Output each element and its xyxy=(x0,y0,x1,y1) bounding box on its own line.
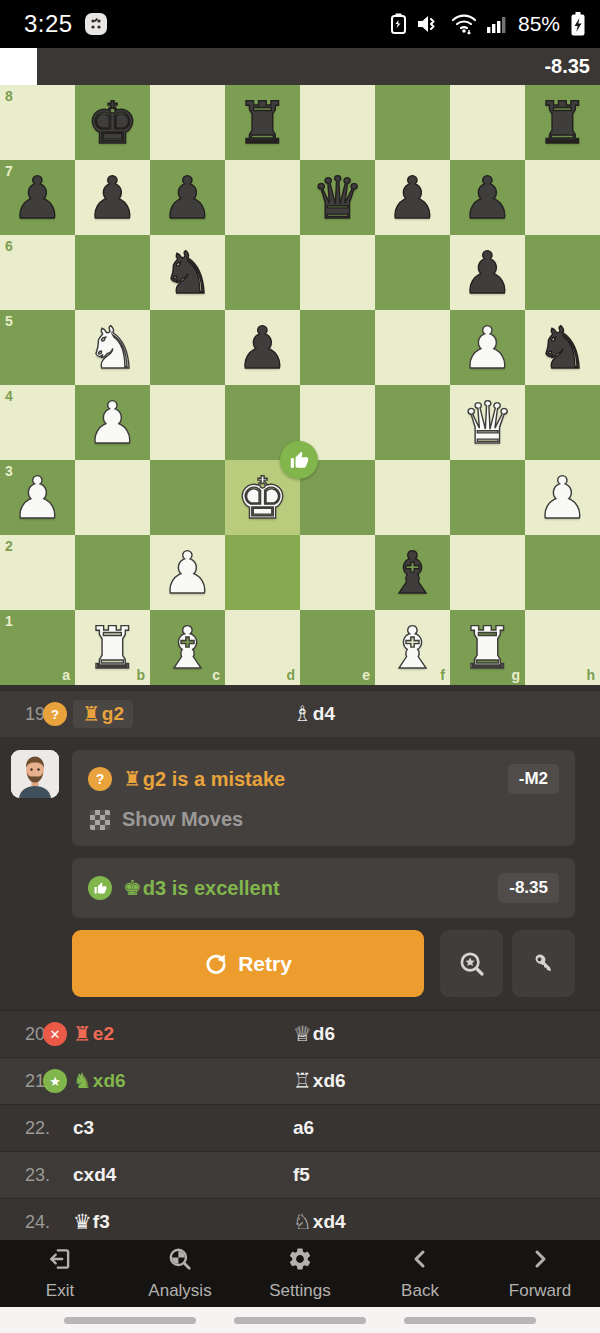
back-icon xyxy=(408,1246,432,1276)
square-e2[interactable] xyxy=(300,535,375,610)
figurine-icon: ♛ xyxy=(73,1212,92,1233)
eval-white-portion xyxy=(0,48,37,85)
square-c8[interactable] xyxy=(150,85,225,160)
white-pawn: ♟ xyxy=(537,469,589,527)
move-text: d6 xyxy=(313,1023,335,1045)
eval-score: -8.35 xyxy=(544,48,590,85)
white-pawn: ♟ xyxy=(162,544,214,602)
gesture-pill[interactable] xyxy=(234,1317,366,1324)
black-move[interactable]: ♘xd4 xyxy=(293,1211,600,1233)
square-a5[interactable]: 5 xyxy=(0,310,75,385)
square-f7[interactable]: ♟ xyxy=(375,160,450,235)
chess-analysis-screen: 3:25 85% -8.35 8♚♜♜♟7♟♟♛♟♟6♞♟5♞♟♟♞4♟♛♟3♚… xyxy=(0,0,600,1333)
square-d5[interactable]: ♟ xyxy=(225,310,300,385)
gesture-pill[interactable] xyxy=(64,1317,196,1324)
move-number: 22. xyxy=(0,1118,43,1139)
square-g3[interactable] xyxy=(450,460,525,535)
square-f8[interactable] xyxy=(375,85,450,160)
key-icon xyxy=(530,950,558,978)
white-move[interactable]: ♛f3 xyxy=(73,1211,293,1233)
move-list-panel: ? ♜g2 is a mistake -M2 Show Moves ♚d3 is… xyxy=(0,685,600,1240)
file-label: a xyxy=(62,667,70,683)
black-knight: ♞ xyxy=(537,319,589,377)
white-pawn: ♟ xyxy=(12,469,64,527)
square-f2[interactable]: ♝ xyxy=(375,535,450,610)
square-a2[interactable]: 2 xyxy=(0,535,75,610)
android-gesture-bar xyxy=(0,1307,600,1333)
cross-icon: ✕ xyxy=(43,1022,67,1046)
square-a4[interactable]: 4 xyxy=(0,385,75,460)
chess-board[interactable]: 8♚♜♜♟7♟♟♛♟♟6♞♟5♞♟♟♞4♟♛♟3♚♟2♟♝1a♜b♝cde♝f♜… xyxy=(0,85,600,685)
bottom-navigation: ExitAnalysisSettingsBackForward xyxy=(0,1240,600,1307)
square-d7[interactable] xyxy=(225,160,300,235)
figurine-icon: ♘ xyxy=(293,1212,312,1233)
refresh-icon xyxy=(204,952,228,976)
board-checker-icon xyxy=(90,810,110,830)
square-h5[interactable]: ♞ xyxy=(525,310,600,385)
move-number: 19. xyxy=(0,704,43,725)
square-d1[interactable]: d xyxy=(225,610,300,685)
square-b8[interactable]: ♚ xyxy=(75,85,150,160)
thumbs-up-icon xyxy=(280,441,318,479)
white-bishop: ♝ xyxy=(387,619,439,677)
best-move-card[interactable]: ♚d3 is excellent -8.35 xyxy=(72,858,575,918)
mistake-card[interactable]: ? ♜g2 is a mistake -M2 Show Moves xyxy=(72,750,575,846)
white-move[interactable]: ♜g2 xyxy=(73,700,293,728)
white-move[interactable]: ♞xd6 xyxy=(73,1070,293,1092)
move-text: cxd4 xyxy=(73,1164,116,1186)
square-b4[interactable]: ♟ xyxy=(75,385,150,460)
square-h2[interactable] xyxy=(525,535,600,610)
white-move[interactable]: ♜e2 xyxy=(73,1023,293,1045)
white-queen: ♛ xyxy=(462,394,514,452)
black-pawn: ♟ xyxy=(462,169,514,227)
wifi-icon xyxy=(450,12,478,36)
rank-label: 5 xyxy=(5,313,13,329)
best-eval-badge: -8.35 xyxy=(498,873,559,903)
retry-button[interactable]: Retry xyxy=(72,930,424,997)
clock-time: 3:25 xyxy=(24,10,73,38)
figurine-icon: ♞ xyxy=(73,1071,92,1092)
nav-settings-button[interactable]: Settings xyxy=(240,1240,360,1307)
move-text: xd6 xyxy=(93,1070,126,1092)
status-bar: 3:25 85% xyxy=(0,0,600,48)
square-c2[interactable]: ♟ xyxy=(150,535,225,610)
black-pawn: ♟ xyxy=(387,169,439,227)
nav-forward-button[interactable]: Forward xyxy=(480,1240,600,1307)
black-pawn: ♟ xyxy=(87,169,139,227)
black-king: ♚ xyxy=(87,94,139,152)
square-d2[interactable] xyxy=(225,535,300,610)
excellent-text: ♚d3 is excellent xyxy=(123,877,280,900)
black-knight: ♞ xyxy=(162,244,214,302)
white-move[interactable]: cxd4 xyxy=(73,1164,293,1186)
white-bishop: ♝ xyxy=(162,619,214,677)
square-a7[interactable]: ♟7 xyxy=(0,160,75,235)
file-label: g xyxy=(511,667,520,683)
move-row-23[interactable]: 23.cxd4f5 xyxy=(0,1151,600,1198)
forward-icon xyxy=(528,1246,552,1276)
nav-exit-button[interactable]: Exit xyxy=(0,1240,120,1307)
figurine-icon: ♜ xyxy=(73,1024,92,1045)
black-move[interactable]: f5 xyxy=(293,1164,600,1186)
figurine-icon: ♜ xyxy=(82,704,101,725)
square-f4[interactable] xyxy=(375,385,450,460)
square-a6[interactable]: 6 xyxy=(0,235,75,310)
square-g8[interactable] xyxy=(450,85,525,160)
current-move-highlight: ♜g2 xyxy=(73,700,133,728)
square-d6[interactable] xyxy=(225,235,300,310)
square-c3[interactable] xyxy=(150,460,225,535)
black-pawn: ♟ xyxy=(462,244,514,302)
white-rook: ♜ xyxy=(87,619,139,677)
exit-icon xyxy=(46,1246,74,1276)
square-f6[interactable] xyxy=(375,235,450,310)
magnifier-star-icon xyxy=(457,949,487,979)
question-icon: ? xyxy=(43,702,67,726)
move-text: e2 xyxy=(93,1023,114,1045)
mistake-eval-badge: -M2 xyxy=(508,764,559,794)
square-c5[interactable] xyxy=(150,310,225,385)
square-e5[interactable] xyxy=(300,310,375,385)
square-h6[interactable] xyxy=(525,235,600,310)
black-rook: ♜ xyxy=(537,94,589,152)
signal-icon xyxy=(486,12,508,36)
square-g6[interactable]: ♟ xyxy=(450,235,525,310)
move-number: 23. xyxy=(0,1165,43,1186)
square-h3[interactable]: ♟ xyxy=(525,460,600,535)
move-text: a6 xyxy=(293,1117,314,1139)
app-badge-icon xyxy=(85,13,107,35)
rank-label: 4 xyxy=(5,388,13,404)
square-f5[interactable] xyxy=(375,310,450,385)
evaluation-bar: -8.35 xyxy=(0,48,600,85)
key-moment-button[interactable] xyxy=(512,930,575,997)
square-e8[interactable] xyxy=(300,85,375,160)
star-icon: ★ xyxy=(43,1069,67,1093)
black-pawn: ♟ xyxy=(237,319,289,377)
move-number: 24. xyxy=(0,1212,43,1233)
square-h4[interactable] xyxy=(525,385,600,460)
analysis-icon xyxy=(166,1246,194,1276)
rank-label: 2 xyxy=(5,538,13,554)
file-label: c xyxy=(212,667,220,683)
square-e6[interactable] xyxy=(300,235,375,310)
square-g5[interactable]: ♟ xyxy=(450,310,525,385)
show-moves-button[interactable]: Show Moves xyxy=(90,808,559,831)
power-save-icon xyxy=(389,12,408,36)
rank-label: 8 xyxy=(5,88,13,104)
black-bishop: ♝ xyxy=(387,544,439,602)
settings-icon xyxy=(287,1246,313,1276)
black-move[interactable]: ♖xd6 xyxy=(293,1070,600,1092)
white-move[interactable]: c3 xyxy=(73,1117,293,1139)
square-b2[interactable] xyxy=(75,535,150,610)
figurine-icon: ♗ xyxy=(293,704,312,725)
square-b6[interactable] xyxy=(75,235,150,310)
square-c4[interactable] xyxy=(150,385,225,460)
move-row-21[interactable]: 21.★♞xd6♖xd6 xyxy=(0,1057,600,1104)
black-move[interactable]: a6 xyxy=(293,1117,600,1139)
square-e7[interactable]: ♛ xyxy=(300,160,375,235)
rank-label: 1 xyxy=(5,613,13,629)
player-avatar[interactable] xyxy=(11,750,59,798)
square-c1[interactable]: ♝c xyxy=(150,610,225,685)
move-text: xd4 xyxy=(313,1211,346,1233)
file-label: e xyxy=(362,667,370,683)
move-row-19[interactable]: 19.?♜g2♗d4 xyxy=(0,690,600,737)
file-label: d xyxy=(286,667,295,683)
nav-label: Analysis xyxy=(148,1281,211,1301)
move-text: f5 xyxy=(293,1164,310,1186)
move-text: xd6 xyxy=(313,1070,346,1092)
move-number: 20. xyxy=(0,1024,43,1045)
white-rook: ♜ xyxy=(462,619,514,677)
square-h7[interactable] xyxy=(525,160,600,235)
figurine-icon: ♖ xyxy=(293,1071,312,1092)
nav-label: Forward xyxy=(509,1281,571,1301)
square-g4[interactable]: ♛ xyxy=(450,385,525,460)
nav-label: Settings xyxy=(269,1281,330,1301)
mistake-text: ♜g2 is a mistake xyxy=(123,768,285,791)
rank-label: 7 xyxy=(5,163,13,179)
square-f1[interactable]: ♝f xyxy=(375,610,450,685)
move-row-24[interactable]: 24.♛f3♘xd4 xyxy=(0,1198,600,1240)
square-h1[interactable]: h xyxy=(525,610,600,685)
move-text: d4 xyxy=(313,703,335,725)
square-e1[interactable]: e xyxy=(300,610,375,685)
move-row-20[interactable]: 20.✕♜e2♕d6 xyxy=(0,1010,600,1057)
black-move[interactable]: ♗d4 xyxy=(293,703,600,725)
rank-label: 6 xyxy=(5,238,13,254)
file-label: b xyxy=(136,667,145,683)
white-knight: ♞ xyxy=(87,319,139,377)
square-c7[interactable]: ♟ xyxy=(150,160,225,235)
black-pawn: ♟ xyxy=(162,169,214,227)
battery-percent: 85% xyxy=(518,12,560,36)
question-icon: ? xyxy=(88,767,112,791)
move-number: 21. xyxy=(0,1071,43,1092)
black-queen: ♛ xyxy=(312,169,364,227)
file-label: h xyxy=(586,667,595,683)
white-pawn: ♟ xyxy=(462,319,514,377)
square-b3[interactable] xyxy=(75,460,150,535)
analysis-panel: ? ♜g2 is a mistake -M2 Show Moves ♚d3 is… xyxy=(0,737,600,1010)
deep-analysis-button[interactable] xyxy=(440,930,503,997)
black-pawn: ♟ xyxy=(12,169,64,227)
square-g1[interactable]: ♜g xyxy=(450,610,525,685)
square-b1[interactable]: ♜b xyxy=(75,610,150,685)
gesture-pill[interactable] xyxy=(404,1317,536,1324)
rank-label: 3 xyxy=(5,463,13,479)
square-a8[interactable]: 8 xyxy=(0,85,75,160)
white-king: ♚ xyxy=(237,469,289,527)
move-text: g2 xyxy=(102,703,124,725)
battery-charging-icon xyxy=(570,11,586,37)
black-rook: ♜ xyxy=(237,94,289,152)
mute-vibrate-icon xyxy=(416,12,442,36)
nav-label: Exit xyxy=(46,1281,74,1301)
thumbs-up-icon xyxy=(88,876,112,900)
white-pawn: ♟ xyxy=(87,394,139,452)
square-d8[interactable]: ♜ xyxy=(225,85,300,160)
black-move[interactable]: ♕d6 xyxy=(293,1023,600,1045)
file-label: f xyxy=(440,667,445,683)
square-a3[interactable]: ♟3 xyxy=(0,460,75,535)
nav-label: Back xyxy=(401,1281,439,1301)
square-a1[interactable]: 1a xyxy=(0,610,75,685)
square-b7[interactable]: ♟ xyxy=(75,160,150,235)
square-c6[interactable]: ♞ xyxy=(150,235,225,310)
square-g2[interactable] xyxy=(450,535,525,610)
nav-back-button[interactable]: Back xyxy=(360,1240,480,1307)
figurine-icon: ♕ xyxy=(293,1024,312,1045)
square-g7[interactable]: ♟ xyxy=(450,160,525,235)
square-b5[interactable]: ♞ xyxy=(75,310,150,385)
square-h8[interactable]: ♜ xyxy=(525,85,600,160)
move-row-22[interactable]: 22.c3a6 xyxy=(0,1104,600,1151)
nav-analysis-button[interactable]: Analysis xyxy=(120,1240,240,1307)
move-text: f3 xyxy=(93,1211,110,1233)
square-f3[interactable] xyxy=(375,460,450,535)
move-text: c3 xyxy=(73,1117,94,1139)
